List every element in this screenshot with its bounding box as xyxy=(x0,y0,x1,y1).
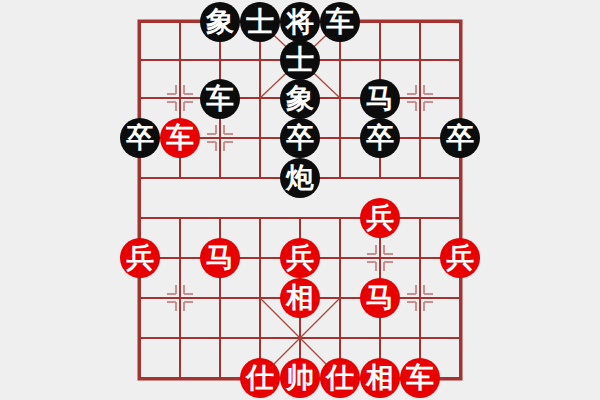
piece-red-elephant[interactable]: 相 xyxy=(280,278,320,318)
piece-red-chariot[interactable]: 车 xyxy=(160,118,200,158)
piece-red-advisor[interactable]: 仕 xyxy=(320,358,360,398)
xiangqi-board: 象士将车士车象马卒车卒卒卒炮兵兵马兵兵相马仕帅仕相车 xyxy=(0,0,600,400)
piece-red-elephant[interactable]: 相 xyxy=(360,358,400,398)
piece-red-horse[interactable]: 马 xyxy=(200,238,240,278)
piece-red-horse[interactable]: 马 xyxy=(360,278,400,318)
piece-black-horse[interactable]: 马 xyxy=(360,79,400,119)
piece-black-general[interactable]: 将 xyxy=(280,2,320,42)
piece-black-advisor[interactable]: 士 xyxy=(240,2,280,42)
piece-black-advisor[interactable]: 士 xyxy=(280,40,320,80)
piece-black-soldier[interactable]: 卒 xyxy=(360,118,400,158)
piece-black-soldier[interactable]: 卒 xyxy=(280,118,320,158)
piece-black-cannon[interactable]: 炮 xyxy=(280,158,320,198)
piece-red-soldier[interactable]: 兵 xyxy=(360,198,400,238)
piece-red-soldier[interactable]: 兵 xyxy=(440,238,480,278)
piece-black-soldier[interactable]: 卒 xyxy=(120,118,160,158)
board-grid: 象士将车士车象马卒车卒卒卒炮兵兵马兵兵相马仕帅仕相车 xyxy=(120,3,480,398)
piece-red-soldier[interactable]: 兵 xyxy=(280,238,320,278)
piece-black-elephant[interactable]: 象 xyxy=(200,2,240,42)
piece-red-soldier[interactable]: 兵 xyxy=(120,238,160,278)
piece-red-general[interactable]: 帅 xyxy=(280,358,320,398)
piece-black-chariot[interactable]: 车 xyxy=(320,2,360,42)
piece-black-chariot[interactable]: 车 xyxy=(200,79,240,119)
piece-black-elephant[interactable]: 象 xyxy=(280,79,320,119)
piece-red-chariot[interactable]: 车 xyxy=(400,358,440,398)
piece-black-soldier[interactable]: 卒 xyxy=(440,118,480,158)
piece-red-advisor[interactable]: 仕 xyxy=(240,358,280,398)
